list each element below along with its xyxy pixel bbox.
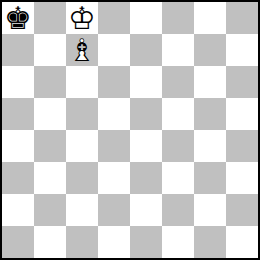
square-a7[interactable]	[2, 34, 34, 66]
square-f3[interactable]	[162, 162, 194, 194]
square-a3[interactable]	[2, 162, 34, 194]
square-g3[interactable]	[194, 162, 226, 194]
square-f2[interactable]	[162, 194, 194, 226]
square-f8[interactable]	[162, 2, 194, 34]
square-d3[interactable]	[98, 162, 130, 194]
square-h8[interactable]	[226, 2, 258, 34]
square-a1[interactable]	[2, 226, 34, 258]
square-h3[interactable]	[226, 162, 258, 194]
square-b5[interactable]	[34, 98, 66, 130]
square-h6[interactable]	[226, 66, 258, 98]
square-d8[interactable]	[98, 2, 130, 34]
square-a2[interactable]	[2, 194, 34, 226]
black-king: ♚	[2, 2, 34, 34]
square-c1[interactable]	[66, 226, 98, 258]
square-c6[interactable]	[66, 66, 98, 98]
square-e2[interactable]	[130, 194, 162, 226]
white-king-glyph: ♔	[66, 2, 98, 34]
square-h2[interactable]	[226, 194, 258, 226]
square-g1[interactable]	[194, 226, 226, 258]
square-d5[interactable]	[98, 98, 130, 130]
white-bishop-glyph: ♗	[66, 34, 98, 66]
white-bishop: ♝♗	[66, 34, 98, 66]
square-d4[interactable]	[98, 130, 130, 162]
square-f5[interactable]	[162, 98, 194, 130]
square-h4[interactable]	[226, 130, 258, 162]
square-b1[interactable]	[34, 226, 66, 258]
square-d2[interactable]	[98, 194, 130, 226]
square-a5[interactable]	[2, 98, 34, 130]
black-king-glyph: ♚	[2, 2, 34, 34]
square-f6[interactable]	[162, 66, 194, 98]
square-e5[interactable]	[130, 98, 162, 130]
square-b6[interactable]	[34, 66, 66, 98]
square-d1[interactable]	[98, 226, 130, 258]
square-b7[interactable]	[34, 34, 66, 66]
white-king: ♚♔	[66, 2, 98, 34]
square-c3[interactable]	[66, 162, 98, 194]
square-e4[interactable]	[130, 130, 162, 162]
square-a6[interactable]	[2, 66, 34, 98]
square-a4[interactable]	[2, 130, 34, 162]
square-b3[interactable]	[34, 162, 66, 194]
square-h5[interactable]	[226, 98, 258, 130]
square-f4[interactable]	[162, 130, 194, 162]
square-g7[interactable]	[194, 34, 226, 66]
square-g4[interactable]	[194, 130, 226, 162]
chess-board: ♚♚♔♝♗	[2, 2, 258, 258]
square-g5[interactable]	[194, 98, 226, 130]
square-g2[interactable]	[194, 194, 226, 226]
square-c5[interactable]	[66, 98, 98, 130]
square-c2[interactable]	[66, 194, 98, 226]
square-f7[interactable]	[162, 34, 194, 66]
square-b4[interactable]	[34, 130, 66, 162]
square-f1[interactable]	[162, 226, 194, 258]
square-d7[interactable]	[98, 34, 130, 66]
square-e3[interactable]	[130, 162, 162, 194]
square-h1[interactable]	[226, 226, 258, 258]
square-c7[interactable]: ♝♗	[66, 34, 98, 66]
square-c8[interactable]: ♚♔	[66, 2, 98, 34]
square-h7[interactable]	[226, 34, 258, 66]
square-g8[interactable]	[194, 2, 226, 34]
square-e6[interactable]	[130, 66, 162, 98]
square-b2[interactable]	[34, 194, 66, 226]
square-e8[interactable]	[130, 2, 162, 34]
square-g6[interactable]	[194, 66, 226, 98]
square-d6[interactable]	[98, 66, 130, 98]
board-frame: ♚♚♔♝♗	[0, 0, 260, 260]
square-e7[interactable]	[130, 34, 162, 66]
square-e1[interactable]	[130, 226, 162, 258]
square-c4[interactable]	[66, 130, 98, 162]
square-a8[interactable]: ♚	[2, 2, 34, 34]
square-b8[interactable]	[34, 2, 66, 34]
